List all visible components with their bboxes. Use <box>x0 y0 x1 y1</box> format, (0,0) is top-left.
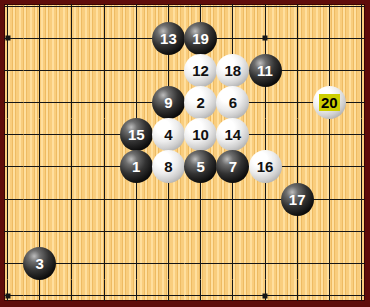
move-number: 2 <box>196 95 204 110</box>
intersection-c7-r4[interactable] <box>88 22 120 54</box>
intersection-c10-r5[interactable]: 12 <box>185 54 217 86</box>
stone-white-move-6: 6 <box>216 86 249 119</box>
intersection-c9-r5[interactable] <box>152 54 184 86</box>
move-number: 12 <box>192 63 209 78</box>
intersection-c9-r6[interactable]: 9 <box>152 86 184 118</box>
move-number: 15 <box>128 127 145 142</box>
intersection-c4-r7[interactable] <box>4 119 24 151</box>
intersection-c9-r10[interactable] <box>152 215 184 247</box>
intersection-c5-r10[interactable] <box>24 215 56 247</box>
intersection-c12-r4[interactable] <box>249 22 281 54</box>
stone-black-move-13: 13 <box>152 22 185 55</box>
intersection-c8-r12[interactable] <box>120 280 152 301</box>
intersection-c6-r10[interactable] <box>56 215 88 247</box>
stone-white-move-16: 16 <box>249 150 282 183</box>
stone-black-move-11: 11 <box>249 54 282 87</box>
framed-board-image: 1319121811926201541014185716173 <box>0 0 370 307</box>
intersection-c8-r7[interactable]: 15 <box>120 119 152 151</box>
intersection-c5-r8[interactable] <box>24 151 56 183</box>
move-number: 18 <box>224 63 241 78</box>
intersection-c7-r11[interactable] <box>88 247 120 279</box>
intersection-c12-r11[interactable] <box>249 247 281 279</box>
grid: 1319121811926201541014185716173 <box>4 4 365 301</box>
intersection-c12-r5[interactable]: 11 <box>249 54 281 86</box>
stone-white-move-20: 20 <box>313 86 346 119</box>
stone-black-move-7: 7 <box>216 150 249 183</box>
intersection-c4-r12[interactable] <box>4 280 24 301</box>
move-number: 17 <box>289 192 306 207</box>
intersection-c9-r7[interactable]: 4 <box>152 119 184 151</box>
intersection-c9-r12[interactable] <box>152 280 184 301</box>
star-point <box>263 36 268 41</box>
intersection-c14-r10[interactable] <box>313 215 345 247</box>
intersection-c5-r4[interactable] <box>24 22 56 54</box>
intersection-c9-r4[interactable]: 13 <box>152 22 184 54</box>
star-point <box>263 293 268 298</box>
intersection-c10-r6[interactable]: 2 <box>185 86 217 118</box>
intersection-c10-r4[interactable]: 19 <box>185 22 217 54</box>
intersection-c4-r6[interactable] <box>4 86 24 118</box>
intersection-c13-r6[interactable] <box>281 86 313 118</box>
intersection-c8-r3[interactable] <box>120 4 152 22</box>
intersection-c10-r7[interactable]: 10 <box>185 119 217 151</box>
move-number: 7 <box>229 159 237 174</box>
move-number: 19 <box>192 31 209 46</box>
intersection-c9-r9[interactable] <box>152 183 184 215</box>
intersection-c11-r12[interactable] <box>217 280 249 301</box>
intersection-c12-r10[interactable] <box>249 215 281 247</box>
intersection-c4-r4[interactable] <box>4 22 24 54</box>
intersection-c6-r11[interactable] <box>56 247 88 279</box>
star-point <box>5 36 10 41</box>
intersection-c10-r10[interactable] <box>185 215 217 247</box>
intersection-c13-r8[interactable] <box>281 151 313 183</box>
intersection-c6-r7[interactable] <box>56 119 88 151</box>
intersection-c14-r8[interactable] <box>313 151 345 183</box>
intersection-c13-r12[interactable] <box>281 280 313 301</box>
intersection-c5-r6[interactable] <box>24 86 56 118</box>
stone-black-move-3: 3 <box>23 247 56 280</box>
intersection-c8-r9[interactable] <box>120 183 152 215</box>
intersection-c13-r10[interactable] <box>281 215 313 247</box>
stone-black-move-15: 15 <box>120 118 153 151</box>
intersection-c7-r7[interactable] <box>88 119 120 151</box>
intersection-c15-r4[interactable] <box>345 22 365 54</box>
move-number-last-move: 20 <box>319 94 340 111</box>
stone-white-move-18: 18 <box>216 54 249 87</box>
intersection-c12-r8[interactable]: 16 <box>249 151 281 183</box>
stone-black-move-5: 5 <box>184 150 217 183</box>
intersection-c15-r8[interactable] <box>345 151 365 183</box>
intersection-c7-r9[interactable] <box>88 183 120 215</box>
move-number: 1 <box>132 159 140 174</box>
intersection-c6-r4[interactable] <box>56 22 88 54</box>
intersection-c15-r7[interactable] <box>345 119 365 151</box>
intersection-c11-r8[interactable]: 7 <box>217 151 249 183</box>
intersection-c12-r7[interactable] <box>249 119 281 151</box>
intersection-c6-r12[interactable] <box>56 280 88 301</box>
intersection-c7-r3[interactable] <box>88 4 120 22</box>
move-number: 4 <box>164 127 172 142</box>
intersection-c11-r6[interactable]: 6 <box>217 86 249 118</box>
intersection-c9-r11[interactable] <box>152 247 184 279</box>
move-number: 14 <box>224 127 241 142</box>
move-number: 9 <box>164 95 172 110</box>
intersection-c8-r10[interactable] <box>120 215 152 247</box>
stone-white-move-8: 8 <box>152 150 185 183</box>
intersection-c11-r5[interactable]: 18 <box>217 54 249 86</box>
intersection-c5-r7[interactable] <box>24 119 56 151</box>
intersection-c9-r3[interactable] <box>152 4 184 22</box>
intersection-c10-r12[interactable] <box>185 280 217 301</box>
move-number: 6 <box>229 95 237 110</box>
intersection-c6-r3[interactable] <box>56 4 88 22</box>
intersection-c6-r8[interactable] <box>56 151 88 183</box>
intersection-c14-r6[interactable]: 20 <box>313 86 345 118</box>
stone-white-move-4: 4 <box>152 118 185 151</box>
intersection-c7-r5[interactable] <box>88 54 120 86</box>
intersection-c4-r3[interactable] <box>4 4 24 22</box>
intersection-c11-r7[interactable]: 14 <box>217 119 249 151</box>
move-number: 3 <box>36 256 44 271</box>
intersection-c11-r4[interactable] <box>217 22 249 54</box>
intersection-c14-r4[interactable] <box>313 22 345 54</box>
move-number: 8 <box>164 159 172 174</box>
intersection-c4-r11[interactable] <box>4 247 24 279</box>
intersection-c13-r11[interactable] <box>281 247 313 279</box>
intersection-c11-r11[interactable] <box>217 247 249 279</box>
intersection-c11-r10[interactable] <box>217 215 249 247</box>
intersection-c14-r9[interactable] <box>313 183 345 215</box>
intersection-c4-r9[interactable] <box>4 183 24 215</box>
intersection-c15-r3[interactable] <box>345 4 365 22</box>
intersection-c7-r6[interactable] <box>88 86 120 118</box>
intersection-c10-r9[interactable] <box>185 183 217 215</box>
intersection-c9-r8[interactable]: 8 <box>152 151 184 183</box>
intersection-c5-r3[interactable] <box>24 4 56 22</box>
intersection-c10-r8[interactable]: 5 <box>185 151 217 183</box>
intersection-c15-r9[interactable] <box>345 183 365 215</box>
intersection-c8-r6[interactable] <box>120 86 152 118</box>
intersection-c15-r11[interactable] <box>345 247 365 279</box>
intersection-c14-r5[interactable] <box>313 54 345 86</box>
intersection-c5-r9[interactable] <box>24 183 56 215</box>
stone-black-move-17: 17 <box>281 183 314 216</box>
intersection-c13-r5[interactable] <box>281 54 313 86</box>
intersection-c15-r6[interactable] <box>345 86 365 118</box>
star-point <box>5 293 10 298</box>
intersection-c15-r12[interactable] <box>345 280 365 301</box>
stone-black-move-1: 1 <box>120 150 153 183</box>
intersection-c12-r3[interactable] <box>249 4 281 22</box>
intersection-c11-r9[interactable] <box>217 183 249 215</box>
intersection-c8-r5[interactable] <box>120 54 152 86</box>
board: 1319121811926201541014185716173 <box>4 4 365 301</box>
intersection-c10-r11[interactable] <box>185 247 217 279</box>
intersection-c14-r12[interactable] <box>313 280 345 301</box>
intersection-c14-r7[interactable] <box>313 119 345 151</box>
move-number: 5 <box>196 159 204 174</box>
stone-white-move-14: 14 <box>216 118 249 151</box>
intersection-c7-r10[interactable] <box>88 215 120 247</box>
move-number: 13 <box>160 31 177 46</box>
intersection-c10-r3[interactable] <box>185 4 217 22</box>
intersection-c15-r5[interactable] <box>345 54 365 86</box>
intersection-c13-r7[interactable] <box>281 119 313 151</box>
intersection-c6-r5[interactable] <box>56 54 88 86</box>
intersection-c4-r10[interactable] <box>4 215 24 247</box>
intersection-c12-r9[interactable] <box>249 183 281 215</box>
intersection-c8-r8[interactable]: 1 <box>120 151 152 183</box>
intersection-c13-r9[interactable]: 17 <box>281 183 313 215</box>
intersection-c7-r12[interactable] <box>88 280 120 301</box>
move-number: 16 <box>257 159 274 174</box>
intersection-c14-r11[interactable] <box>313 247 345 279</box>
intersection-c14-r3[interactable] <box>313 4 345 22</box>
intersection-c5-r12[interactable] <box>24 280 56 301</box>
intersection-c11-r3[interactable] <box>217 4 249 22</box>
intersection-c13-r4[interactable] <box>281 22 313 54</box>
intersection-c7-r8[interactable] <box>88 151 120 183</box>
intersection-c5-r5[interactable] <box>24 54 56 86</box>
intersection-c5-r11[interactable]: 3 <box>24 247 56 279</box>
stone-white-move-12: 12 <box>184 54 217 87</box>
stone-white-move-10: 10 <box>184 118 217 151</box>
stone-white-move-2: 2 <box>184 86 217 119</box>
intersection-c6-r9[interactable] <box>56 183 88 215</box>
intersection-c6-r6[interactable] <box>56 86 88 118</box>
move-number: 10 <box>192 127 209 142</box>
intersection-c12-r12[interactable] <box>249 280 281 301</box>
stone-black-move-19: 19 <box>184 22 217 55</box>
intersection-c13-r3[interactable] <box>281 4 313 22</box>
intersection-c4-r8[interactable] <box>4 151 24 183</box>
intersection-c4-r5[interactable] <box>4 54 24 86</box>
intersection-c15-r10[interactable] <box>345 215 365 247</box>
intersection-c8-r4[interactable] <box>120 22 152 54</box>
intersection-c12-r6[interactable] <box>249 86 281 118</box>
intersection-c8-r11[interactable] <box>120 247 152 279</box>
move-number: 11 <box>257 63 273 78</box>
stone-black-move-9: 9 <box>152 86 185 119</box>
